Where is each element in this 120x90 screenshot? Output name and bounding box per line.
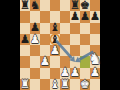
square-e6[interactable] <box>60 23 70 34</box>
square-b8[interactable]: ♞ <box>30 0 40 11</box>
square-a3[interactable] <box>20 56 30 67</box>
square-c6[interactable] <box>40 23 50 34</box>
square-h7[interactable]: ♟ <box>90 11 100 22</box>
square-f4[interactable] <box>70 45 80 56</box>
square-e5[interactable] <box>60 34 70 45</box>
square-g1[interactable]: ♚ <box>80 79 90 90</box>
square-d3[interactable] <box>50 56 60 67</box>
square-e1[interactable]: ♜ <box>60 79 70 90</box>
square-c3[interactable]: ♟ <box>40 56 50 67</box>
square-h5[interactable] <box>90 34 100 45</box>
chess-board[interactable]: ♜♞♜♚♟♟♟♟♝♟♟♝♟♟♞♟♟♟♜♝♜♚ <box>20 0 100 90</box>
square-c5[interactable] <box>40 34 50 45</box>
square-h1[interactable] <box>90 79 100 90</box>
black-pawn[interactable]: ♟ <box>70 11 80 23</box>
square-b1[interactable] <box>30 79 40 90</box>
square-e8[interactable] <box>60 0 70 11</box>
square-a8[interactable]: ♜ <box>20 0 30 11</box>
square-a5[interactable]: ♟ <box>20 34 30 45</box>
square-b5[interactable]: ♟ <box>30 34 40 45</box>
square-d4[interactable]: ♟ <box>50 45 60 56</box>
black-knight[interactable]: ♞ <box>30 0 40 11</box>
square-a1[interactable]: ♜ <box>20 79 30 90</box>
square-f2[interactable]: ♟ <box>70 68 80 79</box>
white-bishop[interactable]: ♝ <box>50 79 60 90</box>
screenshot-frame: ♜♞♜♚♟♟♟♟♝♟♟♝♟♟♞♟♟♟♜♝♜♚ <box>0 0 120 90</box>
square-c7[interactable] <box>40 11 50 22</box>
white-king[interactable]: ♚ <box>80 79 90 90</box>
square-g7[interactable]: ♟ <box>80 11 90 22</box>
square-f7[interactable]: ♟ <box>70 11 80 22</box>
square-f5[interactable] <box>70 34 80 45</box>
square-d8[interactable] <box>50 0 60 11</box>
black-pawn[interactable]: ♟ <box>90 11 100 23</box>
square-g6[interactable] <box>80 23 90 34</box>
square-h6[interactable] <box>90 23 100 34</box>
white-pawn[interactable]: ♟ <box>40 56 50 68</box>
square-f1[interactable] <box>70 79 80 90</box>
square-f6[interactable] <box>70 23 80 34</box>
white-pawn[interactable]: ♟ <box>30 34 40 46</box>
black-rook[interactable]: ♜ <box>20 0 30 11</box>
square-c2[interactable] <box>40 68 50 79</box>
white-pawn[interactable]: ♟ <box>70 67 80 79</box>
square-e4[interactable] <box>60 45 70 56</box>
white-rook[interactable]: ♜ <box>60 79 70 90</box>
square-e7[interactable] <box>60 11 70 22</box>
square-a7[interactable] <box>20 11 30 22</box>
square-g5[interactable] <box>80 34 90 45</box>
square-b4[interactable] <box>30 45 40 56</box>
square-d1[interactable]: ♝ <box>50 79 60 90</box>
square-c8[interactable] <box>40 0 50 11</box>
square-h2[interactable]: ♟ <box>90 68 100 79</box>
white-rook[interactable]: ♜ <box>20 79 30 90</box>
square-c1[interactable] <box>40 79 50 90</box>
square-a4[interactable] <box>20 45 30 56</box>
white-pawn[interactable]: ♟ <box>50 45 60 57</box>
black-pawn[interactable]: ♟ <box>20 34 30 46</box>
square-b2[interactable] <box>30 68 40 79</box>
white-pawn[interactable]: ♟ <box>90 67 100 79</box>
square-b3[interactable] <box>30 56 40 67</box>
black-pawn[interactable]: ♟ <box>80 11 90 23</box>
